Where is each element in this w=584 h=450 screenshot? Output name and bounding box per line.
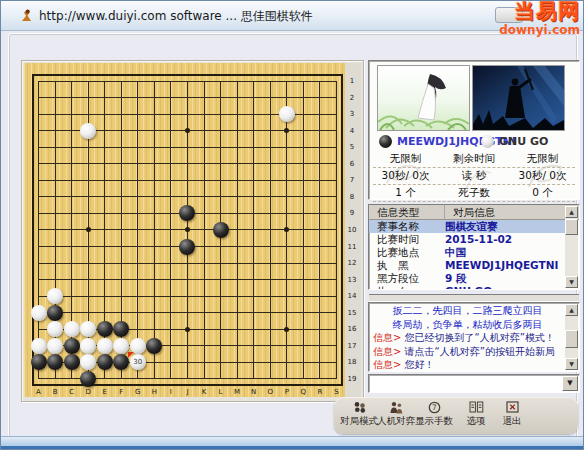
scroll-down-button[interactable]: ▼ <box>565 276 578 288</box>
grid-line <box>253 81 254 379</box>
message-line: 信息> 请点击“人机对弈”的按钮开始新局 <box>370 345 565 359</box>
info-row-赛事名称[interactable]: 赛事名称围棋友谊赛 <box>369 220 565 233</box>
options-button[interactable]: 选项 <box>456 400 496 431</box>
info-scrollbar[interactable]: ▲ ▼ <box>565 206 578 288</box>
column-label-H: H <box>149 388 159 396</box>
white-stone-D4 <box>80 123 96 139</box>
stones-cluster-icon <box>339 400 379 414</box>
black-stone-E18 <box>97 354 113 370</box>
message-lines: 扳二二，先四目，二路三爬立四目终局劫，负争单，粘劫收后多两目信息> 您已经切换到… <box>370 304 565 372</box>
app-icon <box>19 8 34 23</box>
black-stone-C17 <box>64 338 80 354</box>
human-vs-ai-button[interactable]: 人机对弈 <box>376 400 416 431</box>
column-label-R: R <box>315 388 325 396</box>
toolbar-button-label: 人机对弈 <box>376 414 416 427</box>
scroll-up-button[interactable]: ▲ <box>565 304 578 316</box>
info-row-label: 执 黑 <box>369 259 445 272</box>
clock-row-0: 无限制剩余时间无限制 <box>373 151 575 168</box>
proverb-line: 扳二二，先四目，二路三爬立四目 <box>370 304 565 318</box>
white-stone-P3 <box>279 106 295 122</box>
info-header-value: 对局信息 <box>445 205 495 219</box>
grid-line <box>39 279 337 280</box>
grid-line <box>39 296 337 297</box>
row-label-14: 14 <box>347 292 357 300</box>
scroll-up-button[interactable]: ▲ <box>565 206 578 218</box>
column-label-D: D <box>83 388 93 396</box>
combo-dropdown-button[interactable]: ▼ <box>562 376 578 391</box>
exit-button[interactable]: 退出 <box>492 400 532 431</box>
white-stone-G18: 30 <box>130 354 146 370</box>
row-label-4: 4 <box>347 127 357 135</box>
right-panel: MEEWDJ1JHQEGTNI GNU GO 无限制剩余时间无限制30秒/ 0次… <box>368 60 580 434</box>
info-row-比赛时间[interactable]: 比赛时间2015-11-02 <box>369 233 565 246</box>
list-pages-icon <box>456 400 496 414</box>
info-row-label: 黑方段位 <box>369 272 445 285</box>
message-line: 信息> 您已经切换到了“人机对弈”模式！ <box>370 331 565 345</box>
clock-table: 无限制剩余时间无限制30秒/ 0次读 秒30秒/ 0次1 个死子数0 个 <box>373 151 575 202</box>
column-label-B: B <box>50 388 60 396</box>
clock-value-cell: 无限制 <box>510 152 575 166</box>
white-stone-D17 <box>80 338 96 354</box>
row-label-13: 13 <box>347 276 357 284</box>
black-stone-C18 <box>64 354 80 370</box>
toolbar-button-label: 对局模式 <box>339 414 379 427</box>
white-stone-A15 <box>31 305 47 321</box>
app-window: http://www.duiyi.com software ... 思佳围棋软件… <box>0 0 584 450</box>
white-stone-C16 <box>64 321 80 337</box>
scroll-thumb[interactable] <box>565 330 578 348</box>
clock-header-cell: 死子数 <box>438 186 510 200</box>
info-row-比赛地点[interactable]: 比赛地点中国 <box>369 246 565 259</box>
white-player-name: GNU GO <box>499 135 548 148</box>
info-row-value: 围棋友谊赛 <box>445 220 498 233</box>
scroll-down-button[interactable]: ▼ <box>565 358 578 370</box>
column-label-L: L <box>216 388 226 396</box>
clock-row-2: 1 个死子数0 个 <box>373 185 575 202</box>
column-label-G: G <box>133 388 143 396</box>
player-info-panel: MEEWDJ1JHQEGTNI GNU GO 无限制剩余时间无限制30秒/ 0次… <box>368 60 580 200</box>
black-player-avatar <box>377 65 470 131</box>
clock-header-cell: 读 秒 <box>438 169 510 183</box>
info-row-value: 9 段 <box>445 272 466 285</box>
site-watermark: 当易网 downyi.com <box>499 1 580 36</box>
info-row-value: 2015-11-02 <box>445 233 512 246</box>
message-text: 请点击“人机对弈”的按钮开始新局 <box>405 346 555 357</box>
star-point <box>185 327 190 332</box>
row-label-12: 12 <box>347 259 357 267</box>
clock-value-cell: 无限制 <box>373 152 438 166</box>
info-header-type: 信息类型 <box>369 205 445 219</box>
row-label-11: 11 <box>347 243 357 251</box>
column-label-N: N <box>249 388 259 396</box>
column-label-C: C <box>67 388 77 396</box>
watermark-url: downyi.com <box>499 24 580 36</box>
panel-separator <box>369 294 579 302</box>
message-scrollbar[interactable]: ▲ ▼ <box>565 304 578 370</box>
column-label-F: F <box>116 388 126 396</box>
row-label-16: 16 <box>347 325 357 333</box>
info-row-value: MEEWDJ1JHQEGTNI <box>445 259 558 272</box>
info-row-label: 比赛时间 <box>369 233 445 246</box>
grid-line <box>39 263 337 264</box>
white-stone-A17 <box>31 338 47 354</box>
column-label-J: J <box>182 388 192 396</box>
row-label-18: 18 <box>347 358 357 366</box>
column-label-A: A <box>34 388 44 396</box>
white-stone-icon <box>481 135 494 148</box>
grid-line <box>319 81 320 379</box>
scroll-thumb[interactable] <box>565 219 578 235</box>
white-player-avatar <box>472 65 565 131</box>
window-title: http://www.duiyi.com software ... 思佳围棋软件 <box>39 8 313 25</box>
column-label-I: I <box>166 388 176 396</box>
message-prefix: 信息> <box>373 332 405 343</box>
clock-value-cell: 30秒/ 0次 <box>510 169 575 183</box>
clock-value-cell: 1 个 <box>373 186 438 200</box>
info-row-label: 执 白 <box>369 285 445 290</box>
goban[interactable]: 30ABCDEFGHIJKLMNOPQRS <box>24 63 345 397</box>
grid-line <box>303 81 304 379</box>
black-stone-D19 <box>80 371 96 387</box>
row-label-19: 19 <box>347 375 357 383</box>
info-row-执 白[interactable]: 执 白GNU GO <box>369 285 565 290</box>
message-line: 信息> 您好！ <box>370 358 565 372</box>
row-label-5: 5 <box>347 143 357 151</box>
info-rows: 赛事名称围棋友谊赛比赛时间2015-11-02比赛地点中国执 黑MEEWDJ1J… <box>369 220 565 290</box>
two-people-icon <box>376 400 416 414</box>
row-label-3: 3 <box>347 110 357 118</box>
clock-header-cell: 剩余时间 <box>438 152 510 166</box>
grid-line <box>204 81 205 379</box>
row-label-7: 7 <box>347 176 357 184</box>
info-row-label: 比赛地点 <box>369 246 445 259</box>
watermark-logo: 当易网 <box>499 1 580 22</box>
row-label-10: 10 <box>347 226 357 234</box>
grid-line <box>237 81 238 379</box>
column-label-M: M <box>232 388 242 396</box>
column-label-O: O <box>265 388 275 396</box>
white-stone-E17 <box>97 338 113 354</box>
clock-value-cell: 30秒/ 0次 <box>373 169 438 183</box>
info-row-执 黑[interactable]: 执 黑MEEWDJ1JHQEGTNI <box>369 259 565 272</box>
black-stone-icon <box>379 135 392 148</box>
toolbar-button-label: 显示手数 <box>414 414 454 427</box>
toolbar-button-label: 退出 <box>492 414 532 427</box>
black-player-name: MEEWDJ1JHQEGTNI <box>397 135 516 148</box>
close-box-icon <box>492 400 532 414</box>
clock-value-cell: 0 个 <box>510 186 575 200</box>
row-label-1: 1 <box>347 77 357 85</box>
row-label-6: 6 <box>347 160 357 168</box>
black-stone-A18 <box>31 354 47 370</box>
message-prefix: 信息> <box>373 359 405 370</box>
info-table-header: 信息类型 对局信息 <box>369 205 579 220</box>
row-label-8: 8 <box>347 193 357 201</box>
column-label-P: P <box>282 388 292 396</box>
column-label-K: K <box>199 388 209 396</box>
black-stone-L10 <box>213 222 229 238</box>
show-move-number-button[interactable]: 7显示手数 <box>414 400 454 431</box>
column-label-Q: Q <box>298 388 308 396</box>
grid-line <box>336 81 337 379</box>
grid-line <box>270 81 271 379</box>
star-point <box>284 327 289 332</box>
row-label-2: 2 <box>347 94 357 102</box>
row-label-17: 17 <box>347 342 357 350</box>
info-row-value: GNU GO <box>445 285 492 290</box>
info-row-label: 赛事名称 <box>369 220 445 233</box>
title-bar[interactable]: http://www.duiyi.com software ... 思佳围棋软件 <box>1 1 584 31</box>
black-stone-J11 <box>179 239 195 255</box>
svg-text:7: 7 <box>432 403 437 412</box>
game-info-table: 信息类型 对局信息 赛事名称围棋友谊赛比赛时间2015-11-02比赛地点中国执… <box>368 204 580 290</box>
last-move-marker <box>128 352 134 358</box>
black-stone-B15 <box>47 305 63 321</box>
black-stone-E16 <box>97 321 113 337</box>
row-coordinate-strip: 12345678910111213141516171819 <box>345 63 361 397</box>
message-panel: 扳二二，先四目，二路三爬立四目终局劫，负争单，粘劫收后多两目信息> 您已经切换到… <box>368 302 580 372</box>
column-label-S: S <box>331 388 341 396</box>
info-row-value: 中国 <box>445 246 466 259</box>
info-row-黑方段位[interactable]: 黑方段位9 段 <box>369 272 565 285</box>
message-text: 您好！ <box>405 359 435 370</box>
message-prefix: 信息> <box>373 346 405 357</box>
row-label-15: 15 <box>347 309 357 317</box>
game-mode-button[interactable]: 对局模式 <box>339 400 379 431</box>
circled-7-icon: 7 <box>414 400 454 414</box>
row-label-9: 9 <box>347 209 357 217</box>
column-label-E: E <box>100 388 110 396</box>
chat-input-combobox[interactable]: ▼ <box>368 374 580 393</box>
toolbar-button-label: 选项 <box>456 414 496 427</box>
proverb-line: 终局劫，负争单，粘劫收后多两目 <box>370 318 565 332</box>
white-stone-B17 <box>47 338 63 354</box>
clock-row-1: 30秒/ 0次读 秒30秒/ 0次 <box>373 168 575 185</box>
board-panel: 30ABCDEFGHIJKLMNOPQRS 123456789101112131… <box>21 60 364 402</box>
grid-line <box>39 312 337 313</box>
window-bottom-frame <box>1 436 584 449</box>
message-text: 您已经切换到了“人机对弈”模式！ <box>405 332 555 343</box>
bottom-toolbar: 对局模式人机对弈7显示手数选项退出 <box>334 397 578 434</box>
